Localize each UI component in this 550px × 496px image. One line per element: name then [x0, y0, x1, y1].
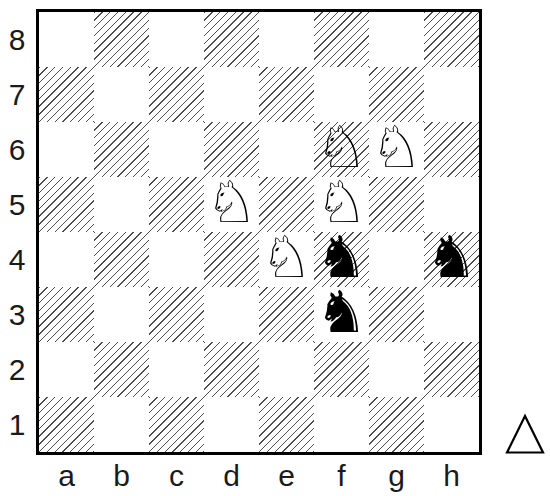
square-h1 — [424, 397, 479, 452]
square-e3 — [259, 287, 314, 342]
board-frame: ♘♘♘♘♘♞♞♞ — [36, 9, 482, 455]
square-g4 — [369, 232, 424, 287]
white-knight-e4: ♘ — [261, 230, 313, 285]
black-knight-f4: ♞ — [316, 230, 368, 285]
rank-label-3: 3 — [0, 287, 34, 342]
square-d3 — [204, 287, 259, 342]
square-e8 — [259, 12, 314, 67]
square-d8 — [204, 12, 259, 67]
square-b2 — [94, 342, 149, 397]
square-g2 — [369, 342, 424, 397]
rank-label-6: 6 — [0, 122, 34, 177]
rank-label-7: 7 — [0, 67, 34, 122]
square-d4 — [204, 232, 259, 287]
square-g8 — [369, 12, 424, 67]
square-e1 — [259, 397, 314, 452]
square-c6 — [149, 122, 204, 177]
white-triangle-icon — [504, 413, 546, 455]
file-label-g: g — [369, 455, 424, 496]
square-b3 — [94, 287, 149, 342]
file-label-b: b — [94, 455, 149, 496]
square-h3 — [424, 287, 479, 342]
rank-label-4: 4 — [0, 232, 34, 287]
square-a1 — [39, 397, 94, 452]
square-h4: ♞ — [424, 232, 479, 287]
square-g1 — [369, 397, 424, 452]
square-e4: ♘ — [259, 232, 314, 287]
square-a7 — [39, 67, 94, 122]
square-f3: ♞ — [314, 287, 369, 342]
square-b4 — [94, 232, 149, 287]
square-b1 — [94, 397, 149, 452]
square-a4 — [39, 232, 94, 287]
square-a5 — [39, 177, 94, 232]
square-c1 — [149, 397, 204, 452]
square-b5 — [94, 177, 149, 232]
square-e6 — [259, 122, 314, 177]
square-g3 — [369, 287, 424, 342]
rank-label-5: 5 — [0, 177, 34, 232]
square-d2 — [204, 342, 259, 397]
square-d7 — [204, 67, 259, 122]
square-e7 — [259, 67, 314, 122]
square-b8 — [94, 12, 149, 67]
rank-label-1: 1 — [0, 397, 34, 452]
square-g6: ♘ — [369, 122, 424, 177]
square-g5 — [369, 177, 424, 232]
black-knight-h4: ♞ — [426, 230, 478, 285]
square-c5 — [149, 177, 204, 232]
square-a8 — [39, 12, 94, 67]
square-f2 — [314, 342, 369, 397]
file-label-e: e — [259, 455, 314, 496]
file-label-c: c — [149, 455, 204, 496]
white-knight-f5: ♘ — [316, 175, 368, 230]
rank-label-2: 2 — [0, 342, 34, 397]
square-h7 — [424, 67, 479, 122]
file-label-d: d — [204, 455, 259, 496]
chess-diagram: ♘♘♘♘♘♞♞♞ 87654321 abcdefgh — [0, 0, 550, 496]
file-label-h: h — [424, 455, 479, 496]
rank-label-8: 8 — [0, 12, 34, 67]
square-b6 — [94, 122, 149, 177]
square-h2 — [424, 342, 479, 397]
white-knight-g6: ♘ — [371, 120, 423, 175]
square-c3 — [149, 287, 204, 342]
square-c2 — [149, 342, 204, 397]
square-f8 — [314, 12, 369, 67]
file-label-a: a — [39, 455, 94, 496]
square-a6 — [39, 122, 94, 177]
chess-board: ♘♘♘♘♘♞♞♞ — [39, 12, 479, 452]
square-e2 — [259, 342, 314, 397]
white-knight-d5: ♘ — [206, 175, 258, 230]
square-a3 — [39, 287, 94, 342]
square-c7 — [149, 67, 204, 122]
square-c8 — [149, 12, 204, 67]
square-d5: ♘ — [204, 177, 259, 232]
square-a2 — [39, 342, 94, 397]
square-h8 — [424, 12, 479, 67]
square-h6 — [424, 122, 479, 177]
white-to-move-indicator — [504, 413, 546, 459]
square-d1 — [204, 397, 259, 452]
black-knight-f3: ♞ — [316, 285, 368, 340]
square-f1 — [314, 397, 369, 452]
square-c4 — [149, 232, 204, 287]
white-knight-f6: ♘ — [316, 120, 368, 175]
square-b7 — [94, 67, 149, 122]
file-label-f: f — [314, 455, 369, 496]
